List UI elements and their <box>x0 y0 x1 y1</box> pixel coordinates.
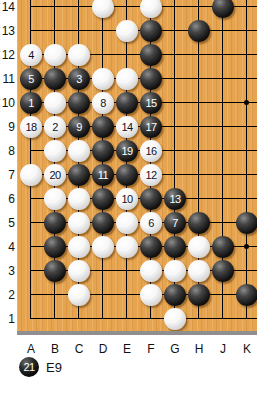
intersection-G1[interactable] <box>163 307 187 331</box>
intersection-K6[interactable] <box>235 187 257 211</box>
intersection-K2[interactable] <box>235 283 257 307</box>
row-label-12: 12 <box>0 48 15 62</box>
black-stone <box>92 212 114 234</box>
intersection-D11[interactable] <box>91 67 115 91</box>
black-stone <box>212 0 234 18</box>
move-number: 5 <box>20 68 42 90</box>
intersection-H14[interactable] <box>187 0 211 19</box>
white-stone <box>68 236 90 258</box>
intersection-B8[interactable] <box>43 139 67 163</box>
intersection-F7[interactable]: 12 <box>139 163 163 187</box>
intersection-F4[interactable] <box>139 235 163 259</box>
row-label-7: 7 <box>0 168 15 182</box>
intersection-G4[interactable] <box>163 235 187 259</box>
intersection-E1[interactable] <box>115 307 139 331</box>
intersection-E5[interactable] <box>115 211 139 235</box>
intersection-B12[interactable] <box>43 43 67 67</box>
intersection-G3[interactable] <box>163 259 187 283</box>
black-stone <box>212 236 234 258</box>
board-edge-shadow <box>17 331 257 335</box>
black-stone <box>44 212 66 234</box>
intersection-K8[interactable] <box>235 139 257 163</box>
intersection-C4[interactable] <box>67 235 91 259</box>
intersection-D2[interactable] <box>91 283 115 307</box>
black-stone: 11 <box>92 164 114 186</box>
white-stone <box>116 20 138 42</box>
intersection-F13[interactable] <box>139 19 163 43</box>
white-stone <box>164 308 186 330</box>
intersection-A10[interactable]: 1 <box>19 91 43 115</box>
intersection-E8[interactable]: 19 <box>115 139 139 163</box>
black-stone <box>44 68 66 90</box>
black-stone <box>188 212 210 234</box>
white-stone: 16 <box>140 140 162 162</box>
move-number: 1 <box>20 92 42 114</box>
intersection-K9[interactable] <box>235 115 257 139</box>
black-stone <box>236 284 257 306</box>
white-stone: 4 <box>20 44 42 66</box>
black-stone <box>188 284 210 306</box>
row-coordinate-labels: 1413121110987654321 <box>0 0 16 331</box>
intersection-J7[interactable] <box>211 163 235 187</box>
intersection-K5[interactable] <box>235 211 257 235</box>
intersection-H10[interactable] <box>187 91 211 115</box>
white-stone <box>92 68 114 90</box>
move-caption: 21 E9 <box>19 357 62 377</box>
intersection-K7[interactable] <box>235 163 257 187</box>
white-stone <box>116 68 138 90</box>
intersection-A8[interactable] <box>19 139 43 163</box>
white-stone <box>164 260 186 282</box>
intersection-F11[interactable] <box>139 67 163 91</box>
move-number: 10 <box>116 188 138 210</box>
intersection-H11[interactable] <box>187 67 211 91</box>
intersection-K3[interactable] <box>235 259 257 283</box>
column-label-E: E <box>119 342 135 356</box>
move-number: 14 <box>116 116 138 138</box>
goban-grid: 4531815182914171916201112101367 <box>19 0 257 331</box>
white-stone <box>188 260 210 282</box>
white-stone <box>140 260 162 282</box>
black-stone <box>164 284 186 306</box>
row-label-2: 2 <box>0 288 15 302</box>
intersection-B11[interactable] <box>43 67 67 91</box>
intersection-J11[interactable] <box>211 67 235 91</box>
intersection-C11[interactable]: 3 <box>67 67 91 91</box>
intersection-K13[interactable] <box>235 19 257 43</box>
intersection-F10[interactable]: 15 <box>139 91 163 115</box>
intersection-F1[interactable] <box>139 307 163 331</box>
intersection-A12[interactable]: 4 <box>19 43 43 67</box>
intersection-G7[interactable] <box>163 163 187 187</box>
white-stone: 14 <box>116 116 138 138</box>
move-number: 16 <box>140 140 162 162</box>
intersection-D3[interactable] <box>91 259 115 283</box>
move-number: 4 <box>20 44 42 66</box>
intersection-E3[interactable] <box>115 259 139 283</box>
intersection-D6[interactable] <box>91 187 115 211</box>
intersection-A13[interactable] <box>19 19 43 43</box>
row-label-8: 8 <box>0 144 15 158</box>
black-stone <box>92 116 114 138</box>
intersection-C12[interactable] <box>67 43 91 67</box>
intersection-D13[interactable] <box>91 19 115 43</box>
white-stone <box>92 0 114 18</box>
column-label-A: A <box>23 342 39 356</box>
intersection-E13[interactable] <box>115 19 139 43</box>
black-stone: 17 <box>140 116 162 138</box>
intersection-J12[interactable] <box>211 43 235 67</box>
intersection-G9[interactable] <box>163 115 187 139</box>
intersection-B9[interactable]: 2 <box>43 115 67 139</box>
white-stone <box>44 92 66 114</box>
intersection-C14[interactable] <box>67 0 91 19</box>
move-number: 8 <box>92 92 114 114</box>
intersection-D14[interactable] <box>91 0 115 19</box>
intersection-D8[interactable] <box>91 139 115 163</box>
column-label-B: B <box>47 342 63 356</box>
white-stone <box>140 0 162 18</box>
intersection-C9[interactable]: 9 <box>67 115 91 139</box>
intersection-C7[interactable] <box>67 163 91 187</box>
white-stone <box>44 44 66 66</box>
intersection-D1[interactable] <box>91 307 115 331</box>
intersection-A7[interactable] <box>19 163 43 187</box>
intersection-J6[interactable] <box>211 187 235 211</box>
intersection-B3[interactable] <box>43 259 67 283</box>
column-label-H: H <box>191 342 207 356</box>
caption-coordinate: E9 <box>46 360 62 375</box>
intersection-J10[interactable] <box>211 91 235 115</box>
go-board: 4531815182914171916201112101367 <box>17 0 257 331</box>
white-stone <box>116 212 138 234</box>
intersection-J13[interactable] <box>211 19 235 43</box>
intersection-A1[interactable] <box>19 307 43 331</box>
intersection-G10[interactable] <box>163 91 187 115</box>
move-number: 17 <box>140 116 162 138</box>
move-number: 19 <box>116 140 138 162</box>
white-stone <box>188 236 210 258</box>
move-number: 6 <box>140 212 162 234</box>
move-number: 15 <box>140 92 162 114</box>
white-stone <box>68 188 90 210</box>
intersection-K14[interactable] <box>235 0 257 19</box>
intersection-B13[interactable] <box>43 19 67 43</box>
black-stone: 7 <box>164 212 186 234</box>
intersection-G14[interactable] <box>163 0 187 19</box>
intersection-J9[interactable] <box>211 115 235 139</box>
move-number: 2 <box>44 116 66 138</box>
row-label-5: 5 <box>0 216 15 230</box>
caption-black-stone: 21 <box>19 357 39 377</box>
intersection-E4[interactable] <box>115 235 139 259</box>
row-label-10: 10 <box>0 96 15 110</box>
move-number: 13 <box>164 188 186 210</box>
white-stone: 12 <box>140 164 162 186</box>
black-stone <box>44 260 66 282</box>
move-number: 18 <box>20 116 42 138</box>
black-stone <box>116 164 138 186</box>
intersection-E12[interactable] <box>115 43 139 67</box>
caption-move-number: 21 <box>23 361 34 373</box>
black-stone: 3 <box>68 68 90 90</box>
move-number: 7 <box>164 212 186 234</box>
row-label-13: 13 <box>0 24 15 38</box>
black-stone <box>236 212 257 234</box>
column-label-G: G <box>167 342 183 356</box>
intersection-C5[interactable] <box>67 211 91 235</box>
intersection-H13[interactable] <box>187 19 211 43</box>
black-stone <box>44 236 66 258</box>
white-stone <box>92 236 114 258</box>
column-label-K: K <box>239 342 255 356</box>
intersection-E10[interactable] <box>115 91 139 115</box>
intersection-B4[interactable] <box>43 235 67 259</box>
black-stone <box>140 188 162 210</box>
intersection-J2[interactable] <box>211 283 235 307</box>
intersection-F9[interactable]: 17 <box>139 115 163 139</box>
black-stone <box>92 140 114 162</box>
intersection-C8[interactable] <box>67 139 91 163</box>
column-label-C: C <box>71 342 87 356</box>
white-stone <box>44 140 66 162</box>
black-stone: 9 <box>68 116 90 138</box>
black-stone: 1 <box>20 92 42 114</box>
intersection-K12[interactable] <box>235 43 257 67</box>
black-stone <box>140 236 162 258</box>
white-stone <box>68 140 90 162</box>
intersection-K4[interactable] <box>235 235 257 259</box>
black-stone <box>164 236 186 258</box>
white-stone <box>116 236 138 258</box>
intersection-H9[interactable] <box>187 115 211 139</box>
intersection-H7[interactable] <box>187 163 211 187</box>
intersection-B14[interactable] <box>43 0 67 19</box>
column-label-F: F <box>143 342 159 356</box>
intersection-J8[interactable] <box>211 139 235 163</box>
intersection-F3[interactable] <box>139 259 163 283</box>
intersection-H1[interactable] <box>187 307 211 331</box>
intersection-F2[interactable] <box>139 283 163 307</box>
intersection-H12[interactable] <box>187 43 211 67</box>
intersection-J1[interactable] <box>211 307 235 331</box>
intersection-E11[interactable] <box>115 67 139 91</box>
intersection-C2[interactable] <box>67 283 91 307</box>
black-stone <box>140 44 162 66</box>
row-label-4: 4 <box>0 240 15 254</box>
intersection-K11[interactable] <box>235 67 257 91</box>
black-stone <box>92 188 114 210</box>
white-stone: 18 <box>20 116 42 138</box>
row-label-6: 6 <box>0 192 15 206</box>
intersection-H3[interactable] <box>187 259 211 283</box>
intersection-D5[interactable] <box>91 211 115 235</box>
intersection-A14[interactable] <box>19 0 43 19</box>
row-label-1: 1 <box>0 312 15 326</box>
column-label-D: D <box>95 342 111 356</box>
move-number: 20 <box>44 164 66 186</box>
intersection-D4[interactable] <box>91 235 115 259</box>
white-stone <box>68 284 90 306</box>
star-point <box>244 244 249 249</box>
move-number: 11 <box>92 164 114 186</box>
intersection-A9[interactable]: 18 <box>19 115 43 139</box>
intersection-G2[interactable] <box>163 283 187 307</box>
intersection-B6[interactable] <box>43 187 67 211</box>
black-stone: 15 <box>140 92 162 114</box>
black-stone: 19 <box>116 140 138 162</box>
intersection-J3[interactable] <box>211 259 235 283</box>
black-stone <box>68 164 90 186</box>
go-diagram: 4531815182914171916201112101367 14131211… <box>0 0 257 393</box>
intersection-J5[interactable] <box>211 211 235 235</box>
intersection-D10[interactable]: 8 <box>91 91 115 115</box>
black-stone <box>68 92 90 114</box>
black-stone <box>188 20 210 42</box>
intersection-D12[interactable] <box>91 43 115 67</box>
intersection-B2[interactable] <box>43 283 67 307</box>
white-stone: 2 <box>44 116 66 138</box>
white-stone: 8 <box>92 92 114 114</box>
intersection-F8[interactable]: 16 <box>139 139 163 163</box>
intersection-C1[interactable] <box>67 307 91 331</box>
intersection-B10[interactable] <box>43 91 67 115</box>
intersection-H6[interactable] <box>187 187 211 211</box>
black-stone <box>140 68 162 90</box>
intersection-G13[interactable] <box>163 19 187 43</box>
white-stone <box>68 44 90 66</box>
white-stone: 6 <box>140 212 162 234</box>
intersection-G11[interactable] <box>163 67 187 91</box>
intersection-H4[interactable] <box>187 235 211 259</box>
intersection-A11[interactable]: 5 <box>19 67 43 91</box>
black-stone: 5 <box>20 68 42 90</box>
move-number: 3 <box>68 68 90 90</box>
intersection-E2[interactable] <box>115 283 139 307</box>
intersection-B1[interactable] <box>43 307 67 331</box>
intersection-B5[interactable] <box>43 211 67 235</box>
white-stone <box>68 260 90 282</box>
intersection-E14[interactable] <box>115 0 139 19</box>
intersection-C13[interactable] <box>67 19 91 43</box>
intersection-A2[interactable] <box>19 283 43 307</box>
intersection-D9[interactable] <box>91 115 115 139</box>
intersection-B7[interactable]: 20 <box>43 163 67 187</box>
intersection-K10[interactable] <box>235 91 257 115</box>
move-number: 12 <box>140 164 162 186</box>
intersection-J4[interactable] <box>211 235 235 259</box>
white-stone <box>140 284 162 306</box>
white-stone <box>68 212 90 234</box>
star-point <box>244 100 249 105</box>
column-coordinate-labels: ABCDEFGHJK <box>0 342 257 356</box>
intersection-A5[interactable] <box>19 211 43 235</box>
intersection-K1[interactable] <box>235 307 257 331</box>
row-label-3: 3 <box>0 264 15 278</box>
intersection-G12[interactable] <box>163 43 187 67</box>
intersection-C6[interactable] <box>67 187 91 211</box>
intersection-H8[interactable] <box>187 139 211 163</box>
white-stone <box>20 164 42 186</box>
column-label-J: J <box>215 342 231 356</box>
intersection-F5[interactable]: 6 <box>139 211 163 235</box>
row-label-11: 11 <box>0 72 15 86</box>
intersection-A3[interactable] <box>19 259 43 283</box>
intersection-C3[interactable] <box>67 259 91 283</box>
black-stone: 13 <box>164 188 186 210</box>
black-stone <box>140 20 162 42</box>
intersection-J14[interactable] <box>211 0 235 19</box>
intersection-H5[interactable] <box>187 211 211 235</box>
white-stone: 10 <box>116 188 138 210</box>
intersection-A4[interactable] <box>19 235 43 259</box>
row-label-14: 14 <box>0 0 15 14</box>
intersection-A6[interactable] <box>19 187 43 211</box>
intersection-F14[interactable] <box>139 0 163 19</box>
white-stone: 20 <box>44 164 66 186</box>
intersection-E9[interactable]: 14 <box>115 115 139 139</box>
intersection-H2[interactable] <box>187 283 211 307</box>
intersection-F12[interactable] <box>139 43 163 67</box>
row-label-9: 9 <box>0 120 15 134</box>
intersection-F6[interactable] <box>139 187 163 211</box>
black-stone <box>116 92 138 114</box>
intersection-E6[interactable]: 10 <box>115 187 139 211</box>
white-stone <box>44 188 66 210</box>
intersection-G6[interactable]: 13 <box>163 187 187 211</box>
move-number: 9 <box>68 116 90 138</box>
intersection-E7[interactable] <box>115 163 139 187</box>
intersection-C10[interactable] <box>67 91 91 115</box>
black-stone <box>212 260 234 282</box>
intersection-G5[interactable]: 7 <box>163 211 187 235</box>
intersection-G8[interactable] <box>163 139 187 163</box>
intersection-D7[interactable]: 11 <box>91 163 115 187</box>
